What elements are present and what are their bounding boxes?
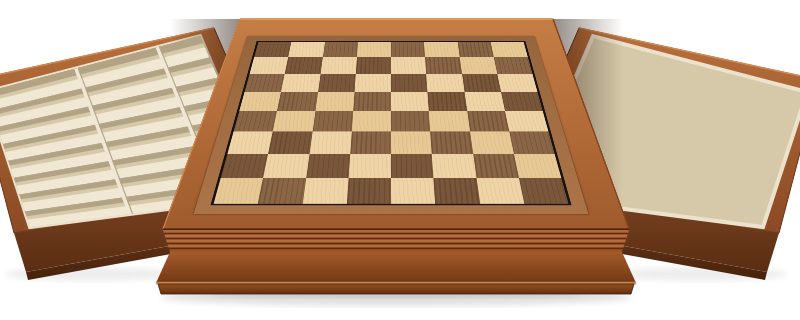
case-cove (156, 252, 636, 283)
chess-case (156, 19, 636, 294)
case-and-drawers-illustration (0, 0, 800, 320)
case-frame-top (163, 19, 629, 229)
chess-storage-board-photo (0, 0, 800, 320)
case-base (158, 284, 634, 294)
